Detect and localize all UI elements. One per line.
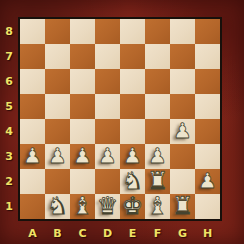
board-frame: 8 7 6 5 4 3 2 1 ♟♟♟♟♟♟♟♞♜♟♞♝♛♚♝♜ A B C D… [0,0,244,244]
square-e4[interactable] [120,119,145,144]
square-c4[interactable] [70,119,95,144]
white-pawn-b3[interactable]: ♟ [48,144,67,169]
square-g5[interactable] [170,94,195,119]
square-f2[interactable]: ♜ [145,169,170,194]
square-b3[interactable]: ♟ [45,144,70,169]
square-b7[interactable] [45,44,70,69]
white-pawn-e3[interactable]: ♟ [123,144,142,169]
square-b4[interactable] [45,119,70,144]
white-knight-b1[interactable]: ♞ [47,194,69,219]
square-d5[interactable] [95,94,120,119]
square-a4[interactable] [20,119,45,144]
square-h4[interactable] [195,119,220,144]
square-g7[interactable] [170,44,195,69]
square-g6[interactable] [170,69,195,94]
square-f3[interactable]: ♟ [145,144,170,169]
square-d6[interactable] [95,69,120,94]
square-h7[interactable] [195,44,220,69]
rank-label-2: 2 [0,169,18,194]
square-a3[interactable]: ♟ [20,144,45,169]
white-pawn-d3[interactable]: ♟ [98,144,117,169]
square-d1[interactable]: ♛ [95,194,120,219]
file-labels: A B C D E F G H [20,224,220,242]
white-bishop-f1[interactable]: ♝ [147,194,169,219]
square-b5[interactable] [45,94,70,119]
square-e3[interactable]: ♟ [120,144,145,169]
file-label-c: C [70,224,95,242]
square-d2[interactable] [95,169,120,194]
square-h6[interactable] [195,69,220,94]
rank-label-8: 8 [0,19,18,44]
white-pawn-f3[interactable]: ♟ [148,144,167,169]
white-pawn-g4[interactable]: ♟ [173,119,192,144]
file-label-f: F [145,224,170,242]
square-e2[interactable]: ♞ [120,169,145,194]
square-e7[interactable] [120,44,145,69]
square-a8[interactable] [20,19,45,44]
square-c8[interactable] [70,19,95,44]
file-label-b: B [45,224,70,242]
file-label-h: H [195,224,220,242]
square-b8[interactable] [45,19,70,44]
rank-label-7: 7 [0,44,18,69]
square-c5[interactable] [70,94,95,119]
square-f7[interactable] [145,44,170,69]
square-h3[interactable] [195,144,220,169]
rank-label-1: 1 [0,194,18,219]
square-g8[interactable] [170,19,195,44]
square-h1[interactable] [195,194,220,219]
white-rook-f2[interactable]: ♜ [147,169,169,194]
rank-label-4: 4 [0,119,18,144]
square-d4[interactable] [95,119,120,144]
square-a7[interactable] [20,44,45,69]
white-pawn-h2[interactable]: ♟ [198,169,217,194]
chess-board[interactable]: ♟♟♟♟♟♟♟♞♜♟♞♝♛♚♝♜ [18,17,222,221]
file-label-a: A [20,224,45,242]
square-c3[interactable]: ♟ [70,144,95,169]
rank-label-5: 5 [0,94,18,119]
file-label-g: G [170,224,195,242]
square-b1[interactable]: ♞ [45,194,70,219]
square-c7[interactable] [70,44,95,69]
square-f8[interactable] [145,19,170,44]
white-king-e1[interactable]: ♚ [122,194,144,219]
square-c6[interactable] [70,69,95,94]
white-pawn-a3[interactable]: ♟ [23,144,42,169]
square-g4[interactable]: ♟ [170,119,195,144]
square-d3[interactable]: ♟ [95,144,120,169]
rank-label-3: 3 [0,144,18,169]
square-a2[interactable] [20,169,45,194]
white-rook-g1[interactable]: ♜ [172,194,194,219]
square-h8[interactable] [195,19,220,44]
square-a6[interactable] [20,69,45,94]
square-e8[interactable] [120,19,145,44]
file-label-e: E [120,224,145,242]
square-h2[interactable]: ♟ [195,169,220,194]
file-label-d: D [95,224,120,242]
square-f1[interactable]: ♝ [145,194,170,219]
square-f4[interactable] [145,119,170,144]
square-b2[interactable] [45,169,70,194]
white-knight-e2[interactable]: ♞ [122,169,144,194]
white-pawn-c3[interactable]: ♟ [73,144,92,169]
square-a1[interactable] [20,194,45,219]
square-d8[interactable] [95,19,120,44]
square-a5[interactable] [20,94,45,119]
square-c1[interactable]: ♝ [70,194,95,219]
square-b6[interactable] [45,69,70,94]
square-f6[interactable] [145,69,170,94]
square-h5[interactable] [195,94,220,119]
square-d7[interactable] [95,44,120,69]
rank-label-6: 6 [0,69,18,94]
square-c2[interactable] [70,169,95,194]
rank-labels: 8 7 6 5 4 3 2 1 [0,19,18,219]
square-e6[interactable] [120,69,145,94]
square-f5[interactable] [145,94,170,119]
square-e5[interactable] [120,94,145,119]
square-g2[interactable] [170,169,195,194]
white-bishop-c1[interactable]: ♝ [72,194,94,219]
square-g3[interactable] [170,144,195,169]
white-queen-d1[interactable]: ♛ [97,194,119,219]
square-e1[interactable]: ♚ [120,194,145,219]
square-g1[interactable]: ♜ [170,194,195,219]
